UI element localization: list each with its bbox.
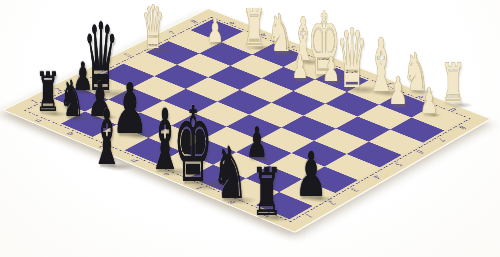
pieces-layer: ♛♟♜♞♝♟♚♟♛♝♟♞♟♜♜♞♟♛♟♟♝♝♚♞♟♜♟ [0, 0, 500, 257]
black-knight-piece[interactable]: ♞ [59, 74, 84, 124]
white-pawn-piece[interactable]: ♟ [206, 14, 223, 47]
white-pawn-piece[interactable]: ♟ [420, 84, 438, 119]
chess-set-product-photo: abcdefgh abcdefgh 87654321 87654321 ♛♟♜♞… [0, 0, 500, 257]
white-queen-piece[interactable]: ♛ [142, 0, 165, 57]
black-rook-piece[interactable]: ♜ [35, 66, 60, 120]
white-rook-piece[interactable]: ♜ [440, 57, 465, 111]
black-bishop-piece[interactable]: ♝ [91, 100, 122, 176]
white-rook-piece[interactable]: ♜ [242, 2, 266, 54]
black-king-piece[interactable]: ♚ [173, 93, 212, 197]
white-queen-piece[interactable]: ♛ [337, 18, 368, 100]
white-knight-piece[interactable]: ♞ [267, 7, 293, 59]
black-knight-piece[interactable]: ♞ [212, 137, 248, 209]
black-pawn-piece[interactable]: ♟ [295, 144, 327, 206]
white-pawn-piece[interactable]: ♟ [292, 51, 309, 83]
white-pawn-piece[interactable]: ♟ [388, 72, 408, 110]
black-rook-piece[interactable]: ♜ [252, 160, 283, 226]
